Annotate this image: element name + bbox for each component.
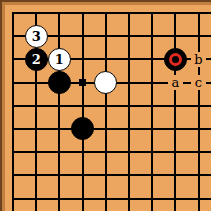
- move-number-label: 1: [55, 49, 64, 70]
- stone-grid: 321abc: [5, 5, 210, 210]
- stone-white-move-3: 3: [25, 25, 48, 48]
- point-label-b: b: [191, 52, 206, 67]
- stone-black: [48, 71, 71, 94]
- red-circle-marker-icon: [169, 53, 182, 66]
- board-frame-outer: 321abc: [0, 0, 211, 211]
- square-point-marker: [79, 79, 86, 86]
- move-number-label: 3: [32, 26, 41, 47]
- stone-white: [94, 71, 117, 94]
- stone-black-circled: [164, 48, 187, 71]
- board-frame-inner: 321abc: [2, 2, 211, 211]
- move-number-label: 2: [32, 49, 41, 70]
- point-label-a: a: [168, 75, 183, 90]
- point-label-c: c: [191, 75, 206, 90]
- stone-white-move-1: 1: [48, 48, 71, 71]
- stone-black: [71, 117, 94, 140]
- go-board: 321abc: [5, 5, 211, 211]
- stone-black-move-2: 2: [25, 48, 48, 71]
